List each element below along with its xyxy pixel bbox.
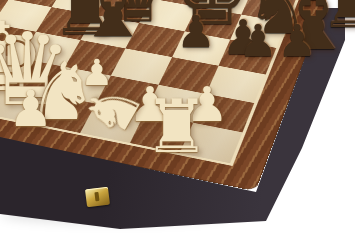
photo-scene: ♚♛♟♞♟♞♟♜♟♜♝♛♟♚♟♟♞♟♝♜: [0, 0, 355, 236]
piece-black-pawn-d7: ♟: [176, 10, 215, 54]
latch-keyhole: [94, 192, 99, 201]
brass-latch: [85, 187, 110, 208]
piece-black-bishop-b8: ♝: [76, 0, 150, 49]
piece-white-rook-e1: ♜: [144, 89, 210, 163]
piece-black-pawn-g7: ♟: [238, 19, 277, 63]
piece-white-pawn-a2: ♟: [9, 84, 54, 134]
piece-black-pawn-h7: ♟: [277, 19, 316, 63]
